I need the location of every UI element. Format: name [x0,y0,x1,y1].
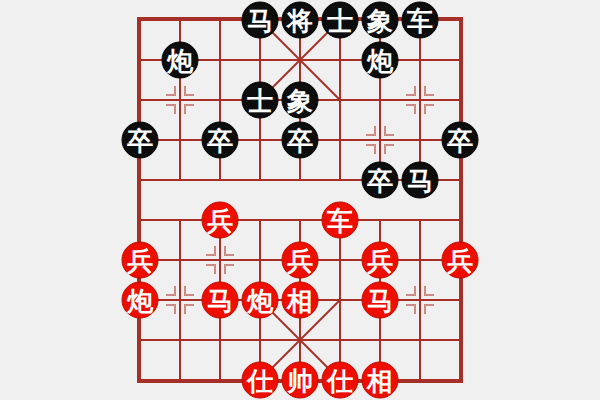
board-point-f1[interactable] [320,40,360,80]
piece-black-advisor[interactable]: 士 [242,82,279,119]
board-point-b3[interactable] [160,120,200,160]
board-point-a7[interactable]: 炮 [120,280,160,320]
board-point-h0[interactable]: 车 [400,0,440,40]
board-point-h5[interactable] [400,200,440,240]
board-point-b9[interactable] [160,360,200,400]
piece-red-soldier[interactable]: 兵 [442,242,479,279]
piece-red-soldier[interactable]: 兵 [362,242,399,279]
board-point-c8[interactable] [200,320,240,360]
piece-black-advisor[interactable]: 士 [322,2,359,39]
piece-red-general[interactable]: 帅 [282,362,319,399]
board-point-a1[interactable] [120,40,160,80]
board-point-i3[interactable]: 卒 [440,120,480,160]
piece-black-horse[interactable]: 马 [402,162,439,199]
board-point-e2[interactable]: 象 [280,80,320,120]
piece-black-cannon[interactable]: 炮 [162,42,199,79]
board-point-c7[interactable]: 马 [200,280,240,320]
board-point-c2[interactable] [200,80,240,120]
board-point-h6[interactable] [400,240,440,280]
board-point-i7[interactable] [440,280,480,320]
board-point-i9[interactable] [440,360,480,400]
board-point-b7[interactable] [160,280,200,320]
board-point-g0[interactable]: 象 [360,0,400,40]
board-point-b8[interactable] [160,320,200,360]
board-point-h8[interactable] [400,320,440,360]
board-point-c1[interactable] [200,40,240,80]
board-point-c0[interactable] [200,0,240,40]
board-point-a8[interactable] [120,320,160,360]
board-point-e4[interactable] [280,160,320,200]
piece-red-elephant[interactable]: 相 [362,362,399,399]
board-point-d3[interactable] [240,120,280,160]
piece-red-horse[interactable]: 马 [202,282,239,319]
board-point-g5[interactable] [360,200,400,240]
piece-red-horse[interactable]: 马 [362,282,399,319]
board-point-e9[interactable]: 帅 [280,360,320,400]
piece-red-advisor[interactable]: 仕 [242,362,279,399]
board-point-c6[interactable] [200,240,240,280]
board-point-g8[interactable] [360,320,400,360]
board-point-h7[interactable] [400,280,440,320]
board-point-h1[interactable] [400,40,440,80]
piece-black-elephant[interactable]: 象 [282,82,319,119]
board-point-b5[interactable] [160,200,200,240]
board-point-d0[interactable]: 马 [240,0,280,40]
board-point-d8[interactable] [240,320,280,360]
piece-black-soldier[interactable]: 卒 [442,122,479,159]
board-point-g2[interactable] [360,80,400,120]
board-point-i2[interactable] [440,80,480,120]
board-point-h2[interactable] [400,80,440,120]
piece-red-soldier[interactable]: 兵 [282,242,319,279]
board-point-g6[interactable]: 兵 [360,240,400,280]
board-point-f9[interactable]: 仕 [320,360,360,400]
piece-black-soldier[interactable]: 卒 [282,122,319,159]
piece-black-soldier[interactable]: 卒 [122,122,159,159]
board-point-i5[interactable] [440,200,480,240]
board-point-e8[interactable] [280,320,320,360]
board-point-f4[interactable] [320,160,360,200]
board-point-d5[interactable] [240,200,280,240]
piece-black-general[interactable]: 将 [282,2,319,39]
board-point-i4[interactable] [440,160,480,200]
board-point-i6[interactable]: 兵 [440,240,480,280]
piece-black-elephant[interactable]: 象 [362,2,399,39]
board-point-c9[interactable] [200,360,240,400]
board-point-b1[interactable]: 炮 [160,40,200,80]
board-point-a4[interactable] [120,160,160,200]
piece-red-soldier[interactable]: 兵 [122,242,159,279]
board-point-e7[interactable]: 相 [280,280,320,320]
board-point-i0[interactable] [440,0,480,40]
board-point-b4[interactable] [160,160,200,200]
board-point-d6[interactable] [240,240,280,280]
piece-black-soldier[interactable]: 卒 [202,122,239,159]
board-point-f5[interactable]: 车 [320,200,360,240]
board-point-a3[interactable]: 卒 [120,120,160,160]
board-point-c3[interactable]: 卒 [200,120,240,160]
piece-red-advisor[interactable]: 仕 [322,362,359,399]
board-point-e1[interactable] [280,40,320,80]
board-point-f8[interactable] [320,320,360,360]
board-point-g3[interactable] [360,120,400,160]
xiangqi-board: 马将士象车炮炮士象卒卒卒卒卒马兵车兵兵兵兵炮马炮相马仕帅仕相 [0,0,600,400]
board-point-a9[interactable] [120,360,160,400]
board-point-a0[interactable] [120,0,160,40]
piece-black-chariot[interactable]: 车 [402,2,439,39]
board-point-c5[interactable]: 兵 [200,200,240,240]
piece-red-elephant[interactable]: 相 [282,282,319,319]
board-point-b6[interactable] [160,240,200,280]
board-point-h4[interactable]: 马 [400,160,440,200]
board-point-h9[interactable] [400,360,440,400]
piece-black-cannon[interactable]: 炮 [362,42,399,79]
board-point-e5[interactable] [280,200,320,240]
board-point-g7[interactable]: 马 [360,280,400,320]
board-point-b0[interactable] [160,0,200,40]
piece-red-soldier[interactable]: 兵 [202,202,239,239]
board-grid: 马将士象车炮炮士象卒卒卒卒卒马兵车兵兵兵兵炮马炮相马仕帅仕相 [120,0,480,400]
piece-red-cannon[interactable]: 炮 [242,282,279,319]
board-point-c4[interactable] [200,160,240,200]
board-point-e6[interactable]: 兵 [280,240,320,280]
board-point-d9[interactable]: 仕 [240,360,280,400]
board-point-a5[interactable] [120,200,160,240]
board-point-g9[interactable]: 相 [360,360,400,400]
board-point-d7[interactable]: 炮 [240,280,280,320]
board-point-f6[interactable] [320,240,360,280]
board-point-f2[interactable] [320,80,360,120]
board-point-i8[interactable] [440,320,480,360]
board-point-g1[interactable]: 炮 [360,40,400,80]
piece-red-chariot[interactable]: 车 [322,202,359,239]
board-point-e3[interactable]: 卒 [280,120,320,160]
piece-black-soldier[interactable]: 卒 [362,162,399,199]
board-point-a6[interactable]: 兵 [120,240,160,280]
board-point-e0[interactable]: 将 [280,0,320,40]
board-point-f3[interactable] [320,120,360,160]
piece-red-cannon[interactable]: 炮 [122,282,159,319]
board-point-a2[interactable] [120,80,160,120]
board-point-f7[interactable] [320,280,360,320]
board-point-f0[interactable]: 士 [320,0,360,40]
board-point-i1[interactable] [440,40,480,80]
piece-black-horse[interactable]: 马 [242,2,279,39]
board-point-b2[interactable] [160,80,200,120]
board-point-d2[interactable]: 士 [240,80,280,120]
board-point-d4[interactable] [240,160,280,200]
board-point-h3[interactable] [400,120,440,160]
board-point-g4[interactable]: 卒 [360,160,400,200]
board-point-d1[interactable] [240,40,280,80]
